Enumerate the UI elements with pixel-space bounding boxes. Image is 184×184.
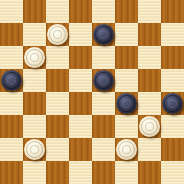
square-b8[interactable] xyxy=(23,0,46,23)
square-f5[interactable] xyxy=(115,69,138,92)
white-man[interactable] xyxy=(47,24,68,45)
square-a7[interactable] xyxy=(0,23,23,46)
square-h6[interactable] xyxy=(161,46,184,69)
square-g4[interactable] xyxy=(138,92,161,115)
square-a4[interactable] xyxy=(0,92,23,115)
square-a3[interactable] xyxy=(0,115,23,138)
square-c3[interactable] xyxy=(46,115,69,138)
square-f7[interactable] xyxy=(115,23,138,46)
square-d4[interactable] xyxy=(69,92,92,115)
checkers-board xyxy=(0,0,184,184)
square-d3[interactable] xyxy=(69,115,92,138)
square-f3[interactable] xyxy=(115,115,138,138)
square-e4[interactable] xyxy=(92,92,115,115)
square-c8[interactable] xyxy=(46,0,69,23)
white-man[interactable] xyxy=(139,116,160,137)
square-f4[interactable] xyxy=(115,92,138,115)
square-d6[interactable] xyxy=(69,46,92,69)
black-man[interactable] xyxy=(116,93,137,114)
square-b5[interactable] xyxy=(23,69,46,92)
square-e1[interactable] xyxy=(92,161,115,184)
square-g7[interactable] xyxy=(138,23,161,46)
square-d8[interactable] xyxy=(69,0,92,23)
square-g6[interactable] xyxy=(138,46,161,69)
square-h5[interactable] xyxy=(161,69,184,92)
square-f1[interactable] xyxy=(115,161,138,184)
square-a5[interactable] xyxy=(0,69,23,92)
square-b7[interactable] xyxy=(23,23,46,46)
square-g5[interactable] xyxy=(138,69,161,92)
square-e2[interactable] xyxy=(92,138,115,161)
square-e7[interactable] xyxy=(92,23,115,46)
square-d2[interactable] xyxy=(69,138,92,161)
square-e8[interactable] xyxy=(92,0,115,23)
square-g8[interactable] xyxy=(138,0,161,23)
white-man[interactable] xyxy=(24,139,45,160)
square-g1[interactable] xyxy=(138,161,161,184)
square-d5[interactable] xyxy=(69,69,92,92)
square-c5[interactable] xyxy=(46,69,69,92)
square-f2[interactable] xyxy=(115,138,138,161)
square-a8[interactable] xyxy=(0,0,23,23)
square-d1[interactable] xyxy=(69,161,92,184)
square-c6[interactable] xyxy=(46,46,69,69)
square-a2[interactable] xyxy=(0,138,23,161)
square-c2[interactable] xyxy=(46,138,69,161)
square-b6[interactable] xyxy=(23,46,46,69)
square-h1[interactable] xyxy=(161,161,184,184)
square-b4[interactable] xyxy=(23,92,46,115)
black-man[interactable] xyxy=(162,93,183,114)
square-h8[interactable] xyxy=(161,0,184,23)
square-b3[interactable] xyxy=(23,115,46,138)
square-b2[interactable] xyxy=(23,138,46,161)
square-g2[interactable] xyxy=(138,138,161,161)
white-man[interactable] xyxy=(24,47,45,68)
black-man[interactable] xyxy=(93,70,114,91)
square-a6[interactable] xyxy=(0,46,23,69)
square-c7[interactable] xyxy=(46,23,69,46)
square-e5[interactable] xyxy=(92,69,115,92)
white-man[interactable] xyxy=(116,139,137,160)
square-g3[interactable] xyxy=(138,115,161,138)
square-d7[interactable] xyxy=(69,23,92,46)
square-f8[interactable] xyxy=(115,0,138,23)
square-h2[interactable] xyxy=(161,138,184,161)
square-h3[interactable] xyxy=(161,115,184,138)
square-e3[interactable] xyxy=(92,115,115,138)
square-f6[interactable] xyxy=(115,46,138,69)
square-h4[interactable] xyxy=(161,92,184,115)
square-c1[interactable] xyxy=(46,161,69,184)
square-c4[interactable] xyxy=(46,92,69,115)
square-b1[interactable] xyxy=(23,161,46,184)
square-h7[interactable] xyxy=(161,23,184,46)
black-man[interactable] xyxy=(1,70,22,91)
square-e6[interactable] xyxy=(92,46,115,69)
black-man[interactable] xyxy=(93,24,114,45)
square-a1[interactable] xyxy=(0,161,23,184)
